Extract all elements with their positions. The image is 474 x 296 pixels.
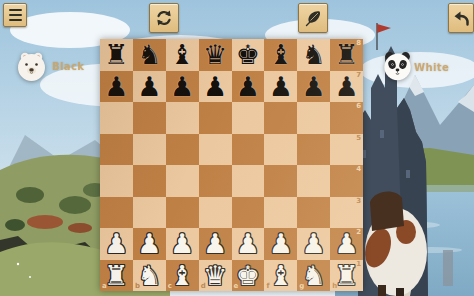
square-d3[interactable]: [199, 197, 232, 229]
square-f7[interactable]: ♟: [264, 71, 297, 103]
file-label-a: a: [102, 283, 107, 290]
piece-white-king: ♚: [236, 262, 260, 289]
square-b1[interactable]: ♞b: [133, 260, 166, 292]
square-d8[interactable]: ♛: [199, 39, 232, 71]
square-e2[interactable]: ♟: [232, 228, 265, 260]
piece-black-pawn: ♟: [302, 73, 326, 100]
piece-white-pawn: ♟: [170, 230, 194, 257]
piece-white-pawn: ♟: [137, 230, 161, 257]
square-e7[interactable]: ♟: [232, 71, 265, 103]
square-a2[interactable]: ♟: [100, 228, 133, 260]
square-g2[interactable]: ♟: [297, 228, 330, 260]
black-player-label: Black: [52, 61, 84, 72]
piece-black-pawn: ♟: [334, 73, 358, 100]
square-h5[interactable]: 5: [330, 134, 363, 166]
piece-black-pawn: ♟: [104, 73, 128, 100]
piece-white-pawn: ♟: [236, 230, 260, 257]
white-player-avatar-panda: [382, 51, 413, 82]
undo-button[interactable]: [448, 3, 474, 33]
square-e6[interactable]: [232, 102, 265, 134]
square-c4[interactable]: [166, 165, 199, 197]
square-e1[interactable]: ♚e: [232, 260, 265, 292]
square-b2[interactable]: ♟: [133, 228, 166, 260]
square-h2[interactable]: ♟2: [330, 228, 363, 260]
square-f2[interactable]: ♟: [264, 228, 297, 260]
square-g3[interactable]: [297, 197, 330, 229]
piece-white-pawn: ♟: [302, 230, 326, 257]
piece-white-knight: ♞: [302, 262, 326, 289]
black-player-avatar-polar-bear: [16, 51, 47, 82]
square-a7[interactable]: ♟: [100, 71, 133, 103]
piece-black-pawn: ♟: [203, 73, 227, 100]
square-e8[interactable]: ♚: [232, 39, 265, 71]
piece-white-pawn: ♟: [104, 230, 128, 257]
rank-label-4: 4: [356, 166, 361, 173]
square-f4[interactable]: [264, 165, 297, 197]
file-label-c: c: [168, 283, 172, 290]
file-label-b: b: [135, 283, 140, 290]
square-d7[interactable]: ♟: [199, 71, 232, 103]
piece-black-pawn: ♟: [236, 73, 260, 100]
piece-black-rook: ♜: [334, 41, 358, 68]
piece-black-pawn: ♟: [137, 73, 161, 100]
piece-black-pawn: ♟: [269, 73, 293, 100]
piece-white-bishop: ♝: [269, 262, 293, 289]
square-g6[interactable]: [297, 102, 330, 134]
piece-white-bishop: ♝: [170, 262, 194, 289]
piece-black-knight: ♞: [137, 41, 161, 68]
square-f5[interactable]: [264, 134, 297, 166]
piece-black-king: ♚: [236, 41, 260, 68]
square-f6[interactable]: [264, 102, 297, 134]
square-a6[interactable]: [100, 102, 133, 134]
square-h8[interactable]: ♜8: [330, 39, 363, 71]
square-b4[interactable]: [133, 165, 166, 197]
square-c7[interactable]: ♟: [166, 71, 199, 103]
square-h1[interactable]: ♜1h: [330, 260, 363, 292]
square-h7[interactable]: ♟7: [330, 71, 363, 103]
square-h4[interactable]: 4: [330, 165, 363, 197]
square-g4[interactable]: [297, 165, 330, 197]
square-f8[interactable]: ♝: [264, 39, 297, 71]
menu-button[interactable]: [3, 3, 27, 27]
piece-white-pawn: ♟: [203, 230, 227, 257]
piece-white-queen: ♛: [203, 262, 227, 289]
square-b7[interactable]: ♟: [133, 71, 166, 103]
piece-white-rook: ♜: [104, 262, 128, 289]
square-d5[interactable]: [199, 134, 232, 166]
square-d2[interactable]: ♟: [199, 228, 232, 260]
square-e3[interactable]: [232, 197, 265, 229]
square-b5[interactable]: [133, 134, 166, 166]
piece-black-knight: ♞: [302, 41, 326, 68]
undo-arrow-icon: [451, 8, 471, 28]
piece-white-rook: ♜: [334, 262, 358, 289]
square-c2[interactable]: ♟: [166, 228, 199, 260]
square-b3[interactable]: [133, 197, 166, 229]
file-label-f: f: [266, 283, 269, 290]
square-h6[interactable]: 6: [330, 102, 363, 134]
file-label-d: d: [201, 283, 206, 290]
square-g7[interactable]: ♟: [297, 71, 330, 103]
square-a4[interactable]: [100, 165, 133, 197]
square-e4[interactable]: [232, 165, 265, 197]
file-label-g: g: [299, 283, 304, 290]
square-c8[interactable]: ♝: [166, 39, 199, 71]
piece-white-pawn: ♟: [334, 230, 358, 257]
rank-label-6: 6: [356, 103, 361, 110]
white-player-label: White: [414, 62, 449, 73]
square-b8[interactable]: ♞: [133, 39, 166, 71]
piece-black-queen: ♛: [203, 41, 227, 68]
square-f3[interactable]: [264, 197, 297, 229]
square-a5[interactable]: [100, 134, 133, 166]
piece-white-pawn: ♟: [269, 230, 293, 257]
square-c3[interactable]: [166, 197, 199, 229]
square-c6[interactable]: [166, 102, 199, 134]
chess-board: ♜♞♝♛♚♝♞♜8♟♟♟♟♟♟♟♟76543♟♟♟♟♟♟♟♟2♜a♞b♝c♛d♚…: [100, 39, 363, 291]
square-g1[interactable]: ♞g: [297, 260, 330, 292]
piece-black-rook: ♜: [104, 41, 128, 68]
app-canvas: Black White ♜♞♝♛♚♝♞♜8♟♟♟♟♟♟♟♟76543♟♟♟♟♟♟…: [0, 0, 474, 296]
square-e5[interactable]: [232, 134, 265, 166]
refresh-button[interactable]: [149, 3, 179, 33]
rank-label-8: 8: [356, 40, 361, 47]
feather-icon: [303, 8, 323, 28]
square-a8[interactable]: ♜: [100, 39, 133, 71]
square-b6[interactable]: [133, 102, 166, 134]
file-label-e: e: [234, 283, 239, 290]
square-c1[interactable]: ♝c: [166, 260, 199, 292]
square-d4[interactable]: [199, 165, 232, 197]
rank-label-5: 5: [356, 135, 361, 142]
rank-label-7: 7: [356, 72, 361, 79]
square-a1[interactable]: ♜a: [100, 260, 133, 292]
square-g5[interactable]: [297, 134, 330, 166]
square-h3[interactable]: 3: [330, 197, 363, 229]
square-g8[interactable]: ♞: [297, 39, 330, 71]
square-d6[interactable]: [199, 102, 232, 134]
square-c5[interactable]: [166, 134, 199, 166]
piece-white-knight: ♞: [137, 262, 161, 289]
hamburger-icon: [9, 9, 22, 11]
refresh-arrows-icon: [154, 8, 174, 28]
square-d1[interactable]: ♛d: [199, 260, 232, 292]
rank-label-3: 3: [356, 198, 361, 205]
piece-black-pawn: ♟: [170, 73, 194, 100]
rank-label-2: 2: [356, 229, 361, 236]
square-f1[interactable]: ♝f: [264, 260, 297, 292]
rank-label-1: 1: [356, 261, 361, 268]
piece-black-bishop: ♝: [269, 41, 293, 68]
file-label-h: h: [332, 283, 337, 290]
square-a3[interactable]: [100, 197, 133, 229]
piece-black-bishop: ♝: [170, 41, 194, 68]
feather-button[interactable]: [298, 3, 328, 33]
